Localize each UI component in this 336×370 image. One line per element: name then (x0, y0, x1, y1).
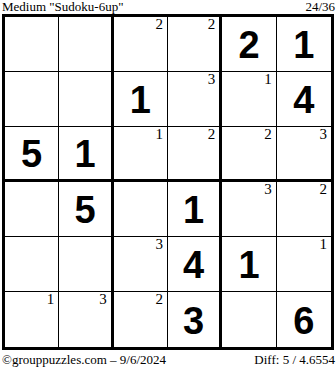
cell-r6c5[interactable] (222, 292, 276, 347)
cell-r4c4: 1 (168, 182, 222, 237)
cell-r3c2: 1 (59, 127, 113, 182)
cell-r6c2[interactable]: 3 (59, 292, 113, 347)
cell-r4c5[interactable]: 3 (222, 182, 276, 237)
cell-r1c5: 2 (222, 17, 276, 72)
given-digit: 1 (183, 189, 204, 229)
cell-r4c3[interactable] (114, 182, 168, 237)
pencil-mark: 2 (155, 16, 163, 33)
cell-r4c2: 5 (59, 182, 113, 237)
pencil-mark: 2 (208, 126, 216, 143)
pencil-mark: 1 (155, 126, 163, 143)
pencil-mark: 2 (319, 181, 327, 198)
cell-r2c6: 4 (277, 72, 331, 127)
cell-r4c1[interactable] (5, 182, 59, 237)
pencil-mark: 2 (208, 16, 216, 33)
cell-r3c3[interactable]: 1 (114, 127, 168, 182)
given-digit: 1 (238, 244, 259, 284)
pencil-mark: 3 (155, 236, 163, 253)
pencil-mark: 3 (208, 71, 216, 88)
cell-r5c1[interactable] (5, 237, 59, 292)
cell-r2c2[interactable] (59, 72, 113, 127)
pencil-mark: 2 (155, 291, 163, 308)
cell-r2c1[interactable] (5, 72, 59, 127)
cell-r4c6[interactable]: 2 (277, 182, 331, 237)
pencil-mark: 2 (264, 126, 272, 143)
given-digit: 3 (183, 300, 204, 340)
pencil-mark: 3 (99, 291, 107, 308)
puzzle-title: Medium "Sudoku-6up" (2, 0, 123, 14)
cell-r3c4[interactable]: 2 (168, 127, 222, 182)
sudoku-board: 222113145112235132341113236 (2, 14, 334, 350)
pencil-mark: 1 (319, 236, 327, 253)
cell-r5c3[interactable]: 3 (114, 237, 168, 292)
given-digit: 4 (183, 244, 204, 284)
cell-r3c5[interactable]: 2 (222, 127, 276, 182)
cell-r6c1[interactable]: 1 (5, 292, 59, 347)
page-header: Medium "Sudoku-6up" 24/36 (0, 0, 336, 14)
given-digit: 1 (130, 79, 151, 119)
cell-r5c6[interactable]: 1 (277, 237, 331, 292)
difficulty-text: Diff: 5 / 4.6554 (254, 352, 335, 368)
cell-r2c5[interactable]: 1 (222, 72, 276, 127)
cell-r2c3: 1 (114, 72, 168, 127)
given-digit: 6 (293, 300, 314, 340)
pencil-mark: 3 (319, 126, 327, 143)
given-digit: 1 (293, 24, 314, 64)
copyright-text: ©grouppuzzles.com – 9/6/2024 (2, 352, 166, 368)
cell-r5c4: 4 (168, 237, 222, 292)
cell-r6c3[interactable]: 2 (114, 292, 168, 347)
page-footer: ©grouppuzzles.com – 9/6/2024 Diff: 5 / 4… (0, 352, 336, 370)
cell-r2c4[interactable]: 3 (168, 72, 222, 127)
given-digit: 1 (74, 133, 95, 173)
pencil-mark: 1 (47, 291, 55, 308)
cell-r1c4[interactable]: 2 (168, 17, 222, 72)
cell-r1c6: 1 (277, 17, 331, 72)
pencil-mark: 3 (264, 181, 272, 198)
given-digit: 5 (74, 189, 95, 229)
given-digit: 5 (21, 133, 42, 173)
cell-r1c3[interactable]: 2 (114, 17, 168, 72)
cell-r5c2[interactable] (59, 237, 113, 292)
page-number: 24/36 (305, 0, 335, 14)
given-digit: 4 (293, 79, 314, 119)
cell-r3c1: 5 (5, 127, 59, 182)
cell-r1c1[interactable] (5, 17, 59, 72)
cell-r3c6[interactable]: 3 (277, 127, 331, 182)
given-digit: 2 (238, 24, 259, 64)
cell-r5c5: 1 (222, 237, 276, 292)
cell-r6c6: 6 (277, 292, 331, 347)
pencil-mark: 1 (264, 71, 272, 88)
cell-r1c2[interactable] (59, 17, 113, 72)
cell-r6c4: 3 (168, 292, 222, 347)
